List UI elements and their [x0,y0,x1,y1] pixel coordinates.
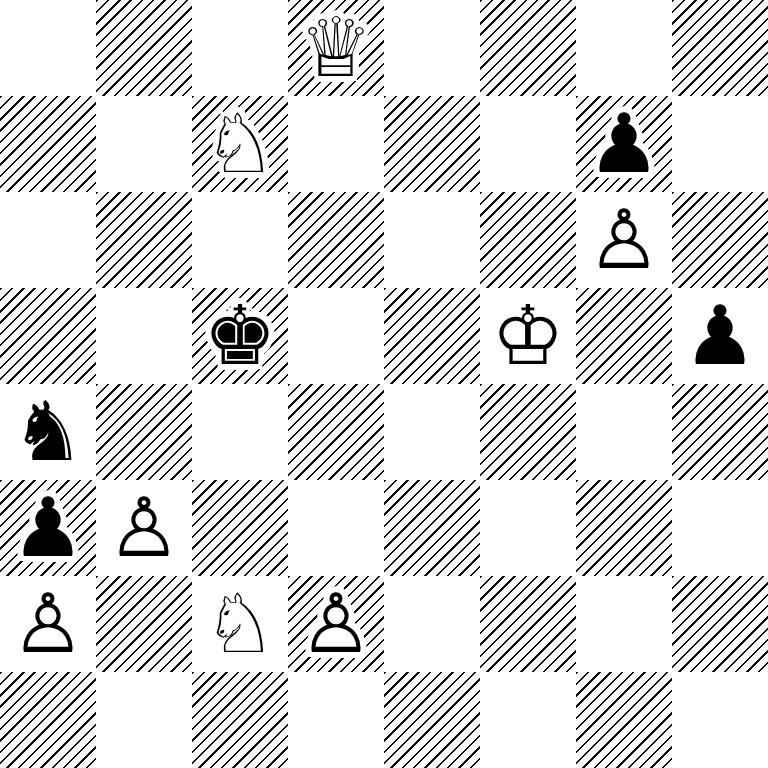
piece-white-queen[interactable]: ♕ [299,0,373,96]
chess-diagram: ♛♕♞♘♟♟♟♙♚♚♚♔♟♟♞♞♟♟♟♙♟♙♞♘♟♙ [0,0,768,768]
square-d6[interactable] [288,192,384,288]
square-f4[interactable] [480,384,576,480]
piece-black-pawn[interactable]: ♟ [587,96,661,192]
piece-black-king[interactable]: ♚ [203,288,277,384]
square-a6[interactable] [0,192,96,288]
square-d7[interactable] [288,96,384,192]
square-c8[interactable] [192,0,288,96]
square-c3[interactable] [192,480,288,576]
piece-white-pawn[interactable]: ♙ [107,480,181,576]
square-a1[interactable] [0,672,96,768]
square-g5[interactable] [576,288,672,384]
piece-white-pawn[interactable]: ♙ [11,576,85,672]
square-g6[interactable]: ♟♙ [576,192,672,288]
square-g7[interactable]: ♟♟ [576,96,672,192]
square-h6[interactable] [672,192,768,288]
piece-white-knight[interactable]: ♘ [203,96,277,192]
piece-white-knight[interactable]: ♘ [203,576,277,672]
square-b2[interactable] [96,576,192,672]
square-b8[interactable] [96,0,192,96]
square-f7[interactable] [480,96,576,192]
square-b1[interactable] [96,672,192,768]
square-f8[interactable] [480,0,576,96]
square-h8[interactable] [672,0,768,96]
piece-white-pawn[interactable]: ♙ [299,576,373,672]
square-b6[interactable] [96,192,192,288]
square-d2[interactable]: ♟♙ [288,576,384,672]
square-c5[interactable]: ♚♚ [192,288,288,384]
square-g4[interactable] [576,384,672,480]
piece-white-pawn[interactable]: ♙ [587,192,661,288]
square-g1[interactable] [576,672,672,768]
square-b3[interactable]: ♟♙ [96,480,192,576]
square-c1[interactable] [192,672,288,768]
square-c2[interactable]: ♞♘ [192,576,288,672]
square-g2[interactable] [576,576,672,672]
square-f6[interactable] [480,192,576,288]
square-e3[interactable] [384,480,480,576]
chess-board: ♛♕♞♘♟♟♟♙♚♚♚♔♟♟♞♞♟♟♟♙♟♙♞♘♟♙ [0,0,768,768]
square-e8[interactable] [384,0,480,96]
square-e7[interactable] [384,96,480,192]
square-e6[interactable] [384,192,480,288]
square-b4[interactable] [96,384,192,480]
piece-black-pawn[interactable]: ♟ [683,288,757,384]
square-f2[interactable] [480,576,576,672]
square-c7[interactable]: ♞♘ [192,96,288,192]
square-a5[interactable] [0,288,96,384]
square-d5[interactable] [288,288,384,384]
square-e2[interactable] [384,576,480,672]
square-f3[interactable] [480,480,576,576]
square-h1[interactable] [672,672,768,768]
square-d3[interactable] [288,480,384,576]
square-e5[interactable] [384,288,480,384]
square-e1[interactable] [384,672,480,768]
square-h3[interactable] [672,480,768,576]
square-h4[interactable] [672,384,768,480]
square-f5[interactable]: ♚♔ [480,288,576,384]
square-c4[interactable] [192,384,288,480]
square-b5[interactable] [96,288,192,384]
square-b7[interactable] [96,96,192,192]
square-c6[interactable] [192,192,288,288]
piece-black-pawn[interactable]: ♟ [11,480,85,576]
square-h5[interactable]: ♟♟ [672,288,768,384]
square-d1[interactable] [288,672,384,768]
square-e4[interactable] [384,384,480,480]
square-a7[interactable] [0,96,96,192]
square-a8[interactable] [0,0,96,96]
square-a2[interactable]: ♟♙ [0,576,96,672]
square-h2[interactable] [672,576,768,672]
square-f1[interactable] [480,672,576,768]
square-a3[interactable]: ♟♟ [0,480,96,576]
square-d4[interactable] [288,384,384,480]
square-h7[interactable] [672,96,768,192]
piece-white-king[interactable]: ♔ [491,288,565,384]
square-g3[interactable] [576,480,672,576]
square-g8[interactable] [576,0,672,96]
square-d8[interactable]: ♛♕ [288,0,384,96]
piece-black-knight[interactable]: ♞ [11,384,85,480]
square-a4[interactable]: ♞♞ [0,384,96,480]
